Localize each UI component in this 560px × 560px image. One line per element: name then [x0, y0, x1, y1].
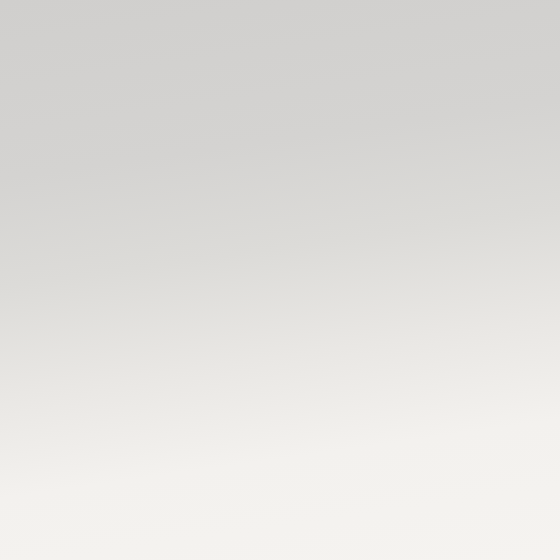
chess-board [0, 0, 560, 560]
photo-scene [0, 0, 560, 560]
